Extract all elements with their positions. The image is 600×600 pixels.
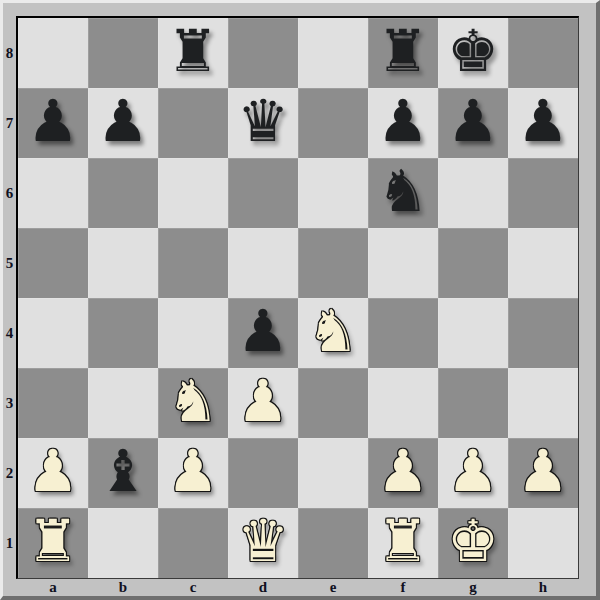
black-pawn[interactable]: ♟ bbox=[447, 92, 499, 150]
white-pawn[interactable]: ♟ bbox=[517, 442, 569, 500]
file-label-f: f bbox=[368, 578, 438, 596]
white-rook[interactable]: ♜ bbox=[377, 512, 429, 570]
square-h5[interactable] bbox=[508, 228, 578, 298]
square-f5[interactable] bbox=[368, 228, 438, 298]
square-a2[interactable]: ♟ bbox=[18, 438, 88, 508]
square-b5[interactable] bbox=[88, 228, 158, 298]
square-e6[interactable] bbox=[298, 158, 368, 228]
square-d6[interactable] bbox=[228, 158, 298, 228]
file-label-a: a bbox=[18, 578, 88, 596]
square-a7[interactable]: ♟ bbox=[18, 88, 88, 158]
rank-label-8: 8 bbox=[3, 18, 16, 88]
white-pawn[interactable]: ♟ bbox=[447, 442, 499, 500]
square-d8[interactable] bbox=[228, 18, 298, 88]
square-e7[interactable] bbox=[298, 88, 368, 158]
square-d5[interactable] bbox=[228, 228, 298, 298]
file-label-d: d bbox=[228, 578, 298, 596]
white-rook[interactable]: ♜ bbox=[27, 512, 79, 570]
white-king[interactable]: ♚ bbox=[447, 512, 499, 570]
rank-label-4: 4 bbox=[3, 298, 16, 368]
square-d7[interactable]: ♛ bbox=[228, 88, 298, 158]
file-label-g: g bbox=[438, 578, 508, 596]
square-b3[interactable] bbox=[88, 368, 158, 438]
white-queen[interactable]: ♛ bbox=[237, 512, 289, 570]
square-d1[interactable]: ♛ bbox=[228, 508, 298, 578]
square-g1[interactable]: ♚ bbox=[438, 508, 508, 578]
black-knight[interactable]: ♞ bbox=[377, 162, 429, 220]
rank-label-5: 5 bbox=[3, 228, 16, 298]
white-pawn[interactable]: ♟ bbox=[237, 372, 289, 430]
chess-board: ♜♜♚♟♟♛♟♟♟♞♟♞♞♟♟♝♟♟♟♟♜♛♜♚ bbox=[16, 16, 579, 579]
square-g2[interactable]: ♟ bbox=[438, 438, 508, 508]
square-c8[interactable]: ♜ bbox=[158, 18, 228, 88]
square-b4[interactable] bbox=[88, 298, 158, 368]
square-c5[interactable] bbox=[158, 228, 228, 298]
square-e3[interactable] bbox=[298, 368, 368, 438]
rank-label-1: 1 bbox=[3, 508, 16, 578]
square-h7[interactable]: ♟ bbox=[508, 88, 578, 158]
square-b8[interactable] bbox=[88, 18, 158, 88]
square-a3[interactable] bbox=[18, 368, 88, 438]
square-f7[interactable]: ♟ bbox=[368, 88, 438, 158]
square-b2[interactable]: ♝ bbox=[88, 438, 158, 508]
square-b6[interactable] bbox=[88, 158, 158, 228]
black-pawn[interactable]: ♟ bbox=[97, 92, 149, 150]
file-label-h: h bbox=[508, 578, 578, 596]
square-c2[interactable]: ♟ bbox=[158, 438, 228, 508]
square-h6[interactable] bbox=[508, 158, 578, 228]
square-e2[interactable] bbox=[298, 438, 368, 508]
square-e4[interactable]: ♞ bbox=[298, 298, 368, 368]
rank-label-3: 3 bbox=[3, 368, 16, 438]
square-h2[interactable]: ♟ bbox=[508, 438, 578, 508]
square-g7[interactable]: ♟ bbox=[438, 88, 508, 158]
rank-label-6: 6 bbox=[3, 158, 16, 228]
square-b7[interactable]: ♟ bbox=[88, 88, 158, 158]
rank-labels: 87654321 bbox=[3, 18, 16, 578]
square-f4[interactable] bbox=[368, 298, 438, 368]
square-g8[interactable]: ♚ bbox=[438, 18, 508, 88]
square-a4[interactable] bbox=[18, 298, 88, 368]
white-knight[interactable]: ♞ bbox=[307, 302, 359, 360]
file-label-b: b bbox=[88, 578, 158, 596]
square-c6[interactable] bbox=[158, 158, 228, 228]
black-king[interactable]: ♚ bbox=[447, 22, 499, 80]
square-h3[interactable] bbox=[508, 368, 578, 438]
square-c4[interactable] bbox=[158, 298, 228, 368]
white-pawn[interactable]: ♟ bbox=[27, 442, 79, 500]
square-e5[interactable] bbox=[298, 228, 368, 298]
square-d3[interactable]: ♟ bbox=[228, 368, 298, 438]
square-f8[interactable]: ♜ bbox=[368, 18, 438, 88]
black-queen[interactable]: ♛ bbox=[237, 92, 289, 150]
black-pawn[interactable]: ♟ bbox=[237, 302, 289, 360]
file-label-c: c bbox=[158, 578, 228, 596]
square-a8[interactable] bbox=[18, 18, 88, 88]
square-h4[interactable] bbox=[508, 298, 578, 368]
square-a1[interactable]: ♜ bbox=[18, 508, 88, 578]
square-c1[interactable] bbox=[158, 508, 228, 578]
board-frame: 87654321 ♜♜♚♟♟♛♟♟♟♞♟♞♞♟♟♝♟♟♟♟♜♛♜♚ abcdef… bbox=[0, 0, 600, 600]
rank-label-7: 7 bbox=[3, 88, 16, 158]
square-e8[interactable] bbox=[298, 18, 368, 88]
square-g6[interactable] bbox=[438, 158, 508, 228]
black-rook[interactable]: ♜ bbox=[167, 22, 219, 80]
square-g3[interactable] bbox=[438, 368, 508, 438]
square-h8[interactable] bbox=[508, 18, 578, 88]
square-g4[interactable] bbox=[438, 298, 508, 368]
file-label-e: e bbox=[298, 578, 368, 596]
square-h1[interactable] bbox=[508, 508, 578, 578]
square-f1[interactable]: ♜ bbox=[368, 508, 438, 578]
square-c7[interactable] bbox=[158, 88, 228, 158]
square-f6[interactable]: ♞ bbox=[368, 158, 438, 228]
rank-label-2: 2 bbox=[3, 438, 16, 508]
white-knight[interactable]: ♞ bbox=[167, 372, 219, 430]
square-g5[interactable] bbox=[438, 228, 508, 298]
black-pawn[interactable]: ♟ bbox=[517, 92, 569, 150]
square-a6[interactable] bbox=[18, 158, 88, 228]
white-pawn[interactable]: ♟ bbox=[167, 442, 219, 500]
black-pawn[interactable]: ♟ bbox=[27, 92, 79, 150]
square-f2[interactable]: ♟ bbox=[368, 438, 438, 508]
black-bishop[interactable]: ♝ bbox=[97, 442, 149, 500]
square-f3[interactable] bbox=[368, 368, 438, 438]
square-b1[interactable] bbox=[88, 508, 158, 578]
black-rook[interactable]: ♜ bbox=[377, 22, 429, 80]
square-a5[interactable] bbox=[18, 228, 88, 298]
square-d2[interactable] bbox=[228, 438, 298, 508]
square-d4[interactable]: ♟ bbox=[228, 298, 298, 368]
black-pawn[interactable]: ♟ bbox=[377, 92, 429, 150]
square-e1[interactable] bbox=[298, 508, 368, 578]
file-labels: abcdefgh bbox=[18, 578, 578, 596]
square-c3[interactable]: ♞ bbox=[158, 368, 228, 438]
white-pawn[interactable]: ♟ bbox=[377, 442, 429, 500]
